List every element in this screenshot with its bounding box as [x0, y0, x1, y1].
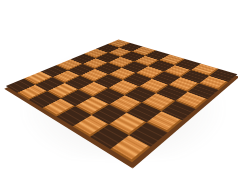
scene — [0, 0, 238, 179]
